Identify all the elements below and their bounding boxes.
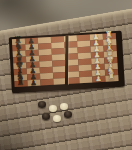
square: ♟	[92, 76, 105, 83]
square: ♜	[105, 75, 118, 82]
board-hinge	[64, 35, 68, 85]
square	[40, 79, 53, 86]
square: ♜	[14, 80, 27, 87]
checkers-disc-light	[49, 105, 57, 112]
square: ♟	[27, 80, 40, 87]
checkers-disc-light	[60, 103, 68, 110]
piece-white-pawn: ♟	[95, 74, 102, 82]
checkers-disc-dark	[64, 111, 72, 118]
travel-chess-set-photo: ♜♟♟♜♞♟♟♞♝♟♟♝♛♟♟♛♚♟♟♚♝♟♟♝♞♟♟♞♜♟♟♜	[0, 0, 132, 150]
piece-black-pawn: ♟	[30, 78, 37, 86]
checkers-disc-light	[53, 115, 61, 122]
checkers-disc-dark	[38, 101, 46, 108]
chess-board: ♜♟♟♜♞♟♟♞♝♟♟♝♛♟♟♛♚♟♟♚♝♟♟♝♞♟♟♞♜♟♟♜	[8, 20, 125, 94]
checkers-disc-dark	[42, 113, 50, 120]
square	[79, 77, 92, 84]
